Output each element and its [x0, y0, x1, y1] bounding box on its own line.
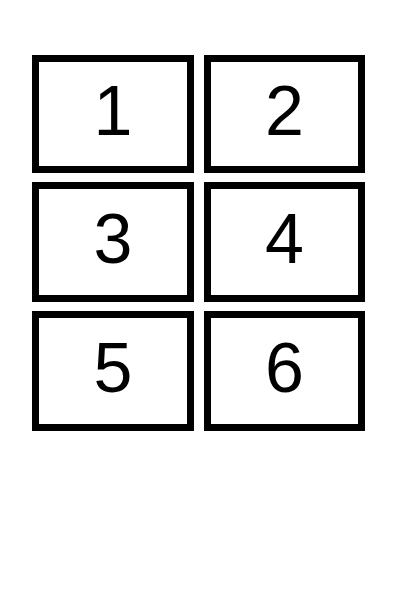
tile-6[interactable]: 6: [204, 311, 365, 431]
tile-2[interactable]: 2: [204, 55, 365, 173]
tile-1[interactable]: 1: [32, 55, 194, 173]
tile-3[interactable]: 3: [32, 182, 194, 302]
tile-4[interactable]: 4: [204, 182, 365, 302]
tile-5[interactable]: 5: [32, 311, 194, 431]
numbered-grid-board: 1 2 3 4 5 6: [32, 55, 365, 431]
